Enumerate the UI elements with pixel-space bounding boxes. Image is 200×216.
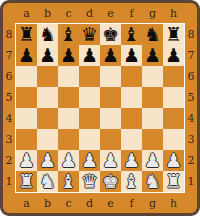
rank-label-4: 4 [188,113,195,124]
piece-black-queen[interactable]: ♛ [79,24,100,45]
piece-black-rook[interactable]: ♜ [163,24,184,45]
file-label-f: f [129,198,133,209]
file-label-d: d [86,198,93,209]
piece-black-king[interactable]: ♚ [100,24,121,45]
square-c2[interactable]: ♟ [58,150,79,171]
square-a3[interactable] [16,129,37,150]
square-h7[interactable]: ♟ [163,45,184,66]
file-label-e: e [107,198,114,209]
square-h6[interactable] [163,66,184,87]
square-e5[interactable] [100,87,121,108]
rank-label-2: 2 [188,155,195,166]
square-b5[interactable] [37,87,58,108]
file-label-b: b [44,8,51,19]
square-c7[interactable]: ♟ [58,45,79,66]
rank-label-8: 8 [6,29,13,40]
square-b2[interactable]: ♟ [37,150,58,171]
square-c3[interactable] [58,129,79,150]
square-c5[interactable] [58,87,79,108]
rank-label-5: 5 [6,92,13,103]
piece-black-pawn[interactable]: ♟ [37,45,58,66]
rank-label-1: 1 [188,176,195,187]
square-b1[interactable]: ♞ [37,171,58,192]
file-labels-bottom: abcdefgh [15,193,185,213]
square-c6[interactable] [58,66,79,87]
piece-white-bishop[interactable]: ♝ [58,171,79,192]
square-b7[interactable]: ♟ [37,45,58,66]
piece-black-knight[interactable]: ♞ [142,24,163,45]
square-a7[interactable]: ♟ [16,45,37,66]
rank-label-4: 4 [6,113,13,124]
square-h3[interactable] [163,129,184,150]
square-d6[interactable] [79,66,100,87]
rank-label-5: 5 [188,92,195,103]
file-label-a: a [23,198,30,209]
piece-black-pawn[interactable]: ♟ [121,45,142,66]
piece-black-pawn[interactable]: ♟ [16,45,37,66]
rank-label-7: 7 [6,50,13,61]
rank-label-3: 3 [188,134,195,145]
rank-labels-left: 87654321 [3,23,15,193]
board-frame: abcdefgh 87654321 ♜♞♝♛♚♝♞♜♟♟♟♟♟♟♟♟♟♟♟♟♟♟… [0,0,200,216]
rank-label-1: 1 [6,176,13,187]
file-label-g: g [149,198,156,209]
square-d5[interactable] [79,87,100,108]
piece-white-pawn[interactable]: ♟ [121,150,142,171]
square-a6[interactable] [16,66,37,87]
piece-white-queen[interactable]: ♛ [79,171,100,192]
square-h5[interactable] [163,87,184,108]
square-f2[interactable]: ♟ [121,150,142,171]
rank-label-6: 6 [6,71,13,82]
square-h1[interactable]: ♜ [163,171,184,192]
piece-black-pawn[interactable]: ♟ [58,45,79,66]
square-g7[interactable]: ♟ [142,45,163,66]
piece-white-bishop[interactable]: ♝ [121,171,142,192]
rank-label-3: 3 [6,134,13,145]
piece-black-bishop[interactable]: ♝ [121,24,142,45]
file-label-a: a [23,8,30,19]
file-label-h: h [170,8,177,19]
square-f8[interactable]: ♝ [121,24,142,45]
file-label-c: c [65,8,71,19]
square-h4[interactable] [163,108,184,129]
square-e1[interactable]: ♚ [100,171,121,192]
piece-black-bishop[interactable]: ♝ [58,24,79,45]
rank-label-2: 2 [6,155,13,166]
square-d8[interactable]: ♛ [79,24,100,45]
piece-black-pawn[interactable]: ♟ [79,45,100,66]
square-b6[interactable] [37,66,58,87]
square-g2[interactable]: ♟ [142,150,163,171]
file-label-e: e [107,8,114,19]
square-d2[interactable]: ♟ [79,150,100,171]
square-g6[interactable] [142,66,163,87]
piece-black-pawn[interactable]: ♟ [100,45,121,66]
rank-label-7: 7 [188,50,195,61]
piece-black-pawn[interactable]: ♟ [163,45,184,66]
square-b4[interactable] [37,108,58,129]
square-f4[interactable] [121,108,142,129]
square-d4[interactable] [79,108,100,129]
square-b3[interactable] [37,129,58,150]
square-g3[interactable] [142,129,163,150]
file-label-h: h [170,198,177,209]
square-a2[interactable]: ♟ [16,150,37,171]
piece-white-pawn[interactable]: ♟ [79,150,100,171]
chess-board: ♜♞♝♛♚♝♞♜♟♟♟♟♟♟♟♟♟♟♟♟♟♟♟♟♜♞♝♛♚♝♞♜ [15,23,185,193]
piece-white-rook[interactable]: ♜ [16,171,37,192]
square-d3[interactable] [79,129,100,150]
square-c1[interactable]: ♝ [58,171,79,192]
file-label-d: d [86,8,93,19]
file-label-c: c [65,198,71,209]
file-label-f: f [129,8,133,19]
square-f7[interactable]: ♟ [121,45,142,66]
piece-black-rook[interactable]: ♜ [16,24,37,45]
piece-white-king[interactable]: ♚ [100,171,121,192]
piece-white-knight[interactable]: ♞ [37,171,58,192]
piece-white-pawn[interactable]: ♟ [100,150,121,171]
file-label-b: b [44,198,51,209]
square-f1[interactable]: ♝ [121,171,142,192]
rank-labels-right: 87654321 [185,23,197,193]
piece-white-pawn[interactable]: ♟ [37,150,58,171]
square-e3[interactable] [100,129,121,150]
file-labels-top: abcdefgh [15,3,185,23]
square-a4[interactable] [16,108,37,129]
square-e8[interactable]: ♚ [100,24,121,45]
square-f3[interactable] [121,129,142,150]
square-e2[interactable]: ♟ [100,150,121,171]
square-f5[interactable] [121,87,142,108]
piece-black-pawn[interactable]: ♟ [142,45,163,66]
file-label-g: g [149,8,156,19]
square-e6[interactable] [100,66,121,87]
piece-white-pawn[interactable]: ♟ [142,150,163,171]
piece-white-pawn[interactable]: ♟ [16,150,37,171]
square-g1[interactable]: ♞ [142,171,163,192]
piece-black-knight[interactable]: ♞ [37,24,58,45]
piece-white-pawn[interactable]: ♟ [163,150,184,171]
square-g5[interactable] [142,87,163,108]
square-c4[interactable] [58,108,79,129]
square-e4[interactable] [100,108,121,129]
rank-label-6: 6 [188,71,195,82]
square-b8[interactable]: ♞ [37,24,58,45]
square-g4[interactable] [142,108,163,129]
rank-label-8: 8 [188,29,195,40]
piece-white-knight[interactable]: ♞ [142,171,163,192]
square-h8[interactable]: ♜ [163,24,184,45]
square-c8[interactable]: ♝ [58,24,79,45]
square-a5[interactable] [16,87,37,108]
piece-white-rook[interactable]: ♜ [163,171,184,192]
square-a1[interactable]: ♜ [16,171,37,192]
square-a8[interactable]: ♜ [16,24,37,45]
square-g8[interactable]: ♞ [142,24,163,45]
square-f6[interactable] [121,66,142,87]
square-d1[interactable]: ♛ [79,171,100,192]
square-h2[interactable]: ♟ [163,150,184,171]
piece-white-pawn[interactable]: ♟ [58,150,79,171]
square-d7[interactable]: ♟ [79,45,100,66]
square-e7[interactable]: ♟ [100,45,121,66]
